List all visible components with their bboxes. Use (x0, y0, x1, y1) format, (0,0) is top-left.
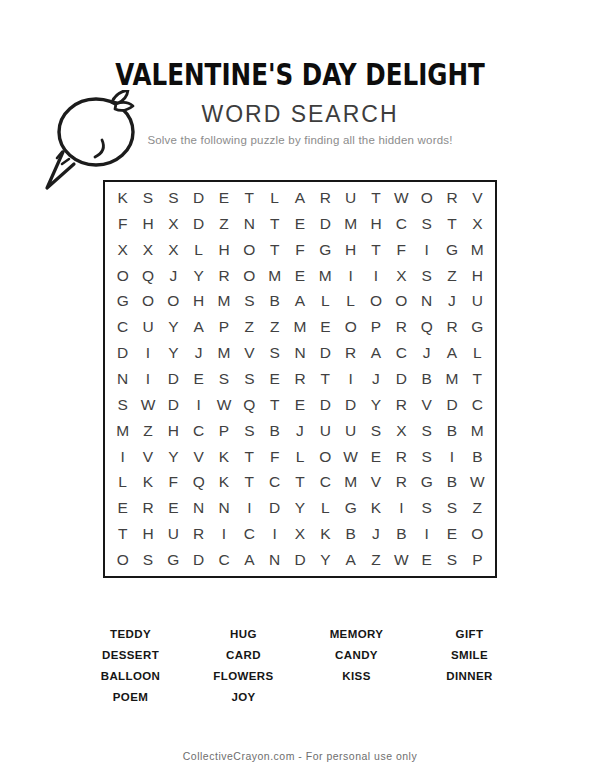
grid-cell-r8c10[interactable]: I (338, 366, 363, 392)
grid-cell-r13c12[interactable]: I (389, 495, 414, 521)
grid-cell-r6c12[interactable]: R (389, 314, 414, 340)
grid-cell-r3c7[interactable]: T (262, 237, 287, 263)
grid-cell-r11c8[interactable]: L (287, 444, 312, 470)
grid-cell-r5c4[interactable]: H (186, 288, 211, 314)
grid-cell-r2c3[interactable]: X (161, 211, 186, 237)
grid-cell-r4c9[interactable]: M (313, 263, 338, 289)
grid-cell-r4c2[interactable]: Q (135, 263, 160, 289)
grid-cell-r11c6[interactable]: T (237, 444, 262, 470)
grid-cell-r4c13[interactable]: S (414, 263, 439, 289)
grid-cell-r12c6[interactable]: T (237, 470, 262, 496)
grid-cell-r2c10[interactable]: M (338, 211, 363, 237)
grid-cell-r1c2[interactable]: S (135, 185, 160, 211)
grid-cell-r3c14[interactable]: G (439, 237, 464, 263)
grid-cell-r9c12[interactable]: R (389, 392, 414, 418)
grid-cell-r8c9[interactable]: T (313, 366, 338, 392)
grid-cell-r3c12[interactable]: F (389, 237, 414, 263)
grid-cell-r15c3[interactable]: G (161, 547, 186, 573)
grid-cell-r14c4[interactable]: R (186, 521, 211, 547)
grid-cell-r14c1[interactable]: T (110, 521, 135, 547)
grid-cell-r2c1[interactable]: F (110, 211, 135, 237)
grid-cell-r8c14[interactable]: M (439, 366, 464, 392)
grid-cell-r15c2[interactable]: S (135, 547, 160, 573)
word-item: SMILE (451, 645, 488, 666)
grid-cell-r5c8[interactable]: A (287, 288, 312, 314)
grid-cell-r1c14[interactable]: R (439, 185, 464, 211)
grid-cell-r12c14[interactable]: B (439, 470, 464, 496)
grid-cell-r1c11[interactable]: T (363, 185, 388, 211)
grid-cell-r15c4[interactable]: D (186, 547, 211, 573)
grid-cell-r4c5[interactable]: R (211, 263, 236, 289)
grid-cell-r10c11[interactable]: S (363, 418, 388, 444)
grid-cell-r8c3[interactable]: D (161, 366, 186, 392)
grid-cell-r13c7[interactable]: D (262, 495, 287, 521)
grid-cell-r6c2[interactable]: U (135, 314, 160, 340)
grid-cell-r6c15[interactable]: G (465, 314, 490, 340)
grid-cell-r11c14[interactable]: I (439, 444, 464, 470)
grid-cell-r5c2[interactable]: O (135, 288, 160, 314)
grid-cell-r6c7[interactable]: Z (262, 314, 287, 340)
grid-cell-r2c11[interactable]: H (363, 211, 388, 237)
grid-cell-r14c10[interactable]: B (338, 521, 363, 547)
grid-cell-r4c11[interactable]: I (363, 263, 388, 289)
grid-cell-r8c13[interactable]: B (414, 366, 439, 392)
word-item: CARD (226, 645, 261, 666)
grid-cell-r1c9[interactable]: R (313, 185, 338, 211)
grid-cell-r12c8[interactable]: T (287, 470, 312, 496)
grid-cell-r11c11[interactable]: E (363, 444, 388, 470)
grid-cell-r8c1[interactable]: N (110, 366, 135, 392)
grid-cell-r15c9[interactable]: Y (313, 547, 338, 573)
grid-cell-r9c13[interactable]: V (414, 392, 439, 418)
grid-cell-r13c4[interactable]: N (186, 495, 211, 521)
grid-cell-r8c11[interactable]: J (363, 366, 388, 392)
grid-cell-r10c7[interactable]: B (262, 418, 287, 444)
grid-cell-r7c9[interactable]: D (313, 340, 338, 366)
grid-cell-r6c3[interactable]: Y (161, 314, 186, 340)
grid-cell-r13c15[interactable]: Z (465, 495, 490, 521)
grid-cell-r14c15[interactable]: O (465, 521, 490, 547)
grid-cell-r3c13[interactable]: I (414, 237, 439, 263)
grid-cell-r3c10[interactable]: H (338, 237, 363, 263)
word-item: DINNER (446, 666, 493, 687)
grid-cell-r10c10[interactable]: U (338, 418, 363, 444)
grid-cell-r13c3[interactable]: E (161, 495, 186, 521)
grid-cell-r7c14[interactable]: A (439, 340, 464, 366)
grid-cell-r13c6[interactable]: I (237, 495, 262, 521)
word-search-grid: KSSDETLARUTWORVFHXDZNTEDMHCSTXXXXLHOTFGH… (103, 180, 497, 578)
grid-cell-r14c14[interactable]: E (439, 521, 464, 547)
grid-cell-r10c15[interactable]: M (465, 418, 490, 444)
grid-cell-r7c2[interactable]: I (135, 340, 160, 366)
word-item: HUG (230, 624, 257, 645)
grid-cell-r5c7[interactable]: B (262, 288, 287, 314)
grid-cell-r14c2[interactable]: H (135, 521, 160, 547)
word-list-column-1: TEDDY DESSERT BALLOON POEM (74, 624, 187, 708)
grid-cell-r2c13[interactable]: S (414, 211, 439, 237)
grid-cell-r3c2[interactable]: X (135, 237, 160, 263)
grid-cell-r7c7[interactable]: S (262, 340, 287, 366)
grid-cell-r7c10[interactable]: R (338, 340, 363, 366)
grid-cell-r12c4[interactable]: Q (186, 470, 211, 496)
grid-cell-r12c13[interactable]: G (414, 470, 439, 496)
grid-cell-r11c4[interactable]: V (186, 444, 211, 470)
grid-cell-r3c3[interactable]: X (161, 237, 186, 263)
grid-cell-r6c5[interactable]: P (211, 314, 236, 340)
grid-cell-r3c6[interactable]: O (237, 237, 262, 263)
grid-cell-r14c3[interactable]: U (161, 521, 186, 547)
grid-cell-r9c1[interactable]: S (110, 392, 135, 418)
grid-cell-r11c13[interactable]: S (414, 444, 439, 470)
grid-cell-r7c1[interactable]: D (110, 340, 135, 366)
grid-cell-r11c7[interactable]: F (262, 444, 287, 470)
grid-cell-r13c13[interactable]: S (414, 495, 439, 521)
grid-cell-r7c13[interactable]: J (414, 340, 439, 366)
grid-cell-r11c9[interactable]: O (313, 444, 338, 470)
word-list-column-4: GIFT SMILE DINNER (413, 624, 526, 708)
grid-cell-r2c2[interactable]: H (135, 211, 160, 237)
grid-cell-r8c4[interactable]: E (186, 366, 211, 392)
grid-cell-r13c10[interactable]: G (338, 495, 363, 521)
grid-cell-r13c11[interactable]: K (363, 495, 388, 521)
grid-cell-r2c5[interactable]: Z (211, 211, 236, 237)
grid-cell-r1c6[interactable]: T (237, 185, 262, 211)
word-item: POEM (113, 687, 148, 708)
grid-cell-r5c14[interactable]: J (439, 288, 464, 314)
grid-cell-r2c9[interactable]: D (313, 211, 338, 237)
puzzle-title: VALENTINE'S DAY DELIGHT (54, 57, 546, 92)
grid-cell-r15c7[interactable]: N (262, 547, 287, 573)
grid-cell-r9c6[interactable]: Q (237, 392, 262, 418)
grid-cell-r11c15[interactable]: B (465, 444, 490, 470)
grid-cell-r1c10[interactable]: U (338, 185, 363, 211)
grid-cell-r7c8[interactable]: N (287, 340, 312, 366)
grid-cell-r1c15[interactable]: V (465, 185, 490, 211)
grid-cell-r2c14[interactable]: T (439, 211, 464, 237)
grid-cell-r1c13[interactable]: O (414, 185, 439, 211)
grid-cell-r6c4[interactable]: A (186, 314, 211, 340)
grid-cell-r8c8[interactable]: R (287, 366, 312, 392)
grid-cell-r12c11[interactable]: V (363, 470, 388, 496)
grid-cell-r14c12[interactable]: B (389, 521, 414, 547)
grid-cell-r3c15[interactable]: M (465, 237, 490, 263)
grid-cell-r12c1[interactable]: L (110, 470, 135, 496)
grid-cell-r9c14[interactable]: D (439, 392, 464, 418)
grid-cell-r10c6[interactable]: S (237, 418, 262, 444)
grid-cell-r6c14[interactable]: R (439, 314, 464, 340)
grid-cell-r5c12[interactable]: O (389, 288, 414, 314)
grid-cell-r5c13[interactable]: N (414, 288, 439, 314)
grid-cell-r4c4[interactable]: Y (186, 263, 211, 289)
grid-cell-r13c1[interactable]: E (110, 495, 135, 521)
grid-cell-r14c8[interactable]: X (287, 521, 312, 547)
grid-cell-r6c6[interactable]: Z (237, 314, 262, 340)
grid-cell-r14c5[interactable]: I (211, 521, 236, 547)
grid-cell-r9c10[interactable]: D (338, 392, 363, 418)
grid-cell-r11c12[interactable]: R (389, 444, 414, 470)
word-item: MEMORY (330, 624, 384, 645)
grid-cell-r11c5[interactable]: K (211, 444, 236, 470)
grid-cell-r12c2[interactable]: K (135, 470, 160, 496)
grid-cell-r1c3[interactable]: S (161, 185, 186, 211)
grid-cell-r6c1[interactable]: C (110, 314, 135, 340)
grid-cell-r9c5[interactable]: W (211, 392, 236, 418)
grid-cell-r15c10[interactable]: A (338, 547, 363, 573)
grid-cell-r10c14[interactable]: B (439, 418, 464, 444)
grid-cell-r1c5[interactable]: E (211, 185, 236, 211)
grid-cell-r8c2[interactable]: I (135, 366, 160, 392)
grid-cell-r13c5[interactable]: N (211, 495, 236, 521)
grid-cell-r3c9[interactable]: G (313, 237, 338, 263)
grid-cell-r5c10[interactable]: L (338, 288, 363, 314)
grid-cell-r4c1[interactable]: O (110, 263, 135, 289)
grid-cell-r9c8[interactable]: E (287, 392, 312, 418)
grid-cell-r9c3[interactable]: D (161, 392, 186, 418)
grid-cell-r12c5[interactable]: K (211, 470, 236, 496)
grid-cell-r1c7[interactable]: L (262, 185, 287, 211)
grid-cell-r12c3[interactable]: F (161, 470, 186, 496)
grid-cell-r9c15[interactable]: C (465, 392, 490, 418)
word-item: KISS (342, 666, 370, 687)
grid-cell-r9c7[interactable]: T (262, 392, 287, 418)
grid-cell-r10c12[interactable]: X (389, 418, 414, 444)
grid-cell-r5c5[interactable]: M (211, 288, 236, 314)
grid-cell-r3c4[interactable]: L (186, 237, 211, 263)
grid-cell-r15c15[interactable]: P (465, 547, 490, 573)
grid-cell-r13c9[interactable]: L (313, 495, 338, 521)
grid-cell-r15c5[interactable]: C (211, 547, 236, 573)
grid-cell-r14c6[interactable]: C (237, 521, 262, 547)
grid-cell-r10c1[interactable]: M (110, 418, 135, 444)
word-search-page: VALENTINE'S DAY DELIGHT WORD SEARCH Solv… (0, 0, 600, 776)
grid-cell-r4c7[interactable]: M (262, 263, 287, 289)
grid-cell-r9c9[interactable]: D (313, 392, 338, 418)
grid-cell-r7c15[interactable]: L (465, 340, 490, 366)
grid-cell-r10c9[interactable]: U (313, 418, 338, 444)
grid-cell-r14c7[interactable]: I (262, 521, 287, 547)
grid-cell-r6c13[interactable]: Q (414, 314, 439, 340)
grid-cell-r13c14[interactable]: S (439, 495, 464, 521)
grid-cell-r1c8[interactable]: A (287, 185, 312, 211)
grid-cell-r14c11[interactable]: J (363, 521, 388, 547)
grid-cell-r5c15[interactable]: U (465, 288, 490, 314)
grid-cell-r2c8[interactable]: E (287, 211, 312, 237)
grid-cell-r6c11[interactable]: P (363, 314, 388, 340)
grid-cell-r10c4[interactable]: C (186, 418, 211, 444)
grid-cell-r3c5[interactable]: H (211, 237, 236, 263)
grid-cell-r15c13[interactable]: E (414, 547, 439, 573)
grid-cell-r3c8[interactable]: F (287, 237, 312, 263)
grid-cell-r2c6[interactable]: N (237, 211, 262, 237)
grid-cell-r5c3[interactable]: O (161, 288, 186, 314)
word-item: BALLOON (101, 666, 161, 687)
grid-cell-r1c4[interactable]: D (186, 185, 211, 211)
grid-cell-r5c9[interactable]: L (313, 288, 338, 314)
grid-cell-r6c10[interactable]: O (338, 314, 363, 340)
grid-cell-r4c10[interactable]: I (338, 263, 363, 289)
grid-cell-r8c6[interactable]: S (237, 366, 262, 392)
grid-cell-r4c8[interactable]: E (287, 263, 312, 289)
grid-cell-r9c11[interactable]: Y (363, 392, 388, 418)
grid-cell-r15c14[interactable]: S (439, 547, 464, 573)
grid-cell-r6c8[interactable]: M (287, 314, 312, 340)
word-list: TEDDY DESSERT BALLOON POEM HUG CARD FLOW… (74, 624, 526, 708)
grid-cell-r4c14[interactable]: Z (439, 263, 464, 289)
grid-cell-r10c13[interactable]: S (414, 418, 439, 444)
grid-cell-r15c6[interactable]: A (237, 547, 262, 573)
grid-cell-r7c3[interactable]: Y (161, 340, 186, 366)
grid-cell-r10c8[interactable]: J (287, 418, 312, 444)
word-item: TEDDY (110, 624, 151, 645)
grid-cell-r2c15[interactable]: X (465, 211, 490, 237)
grid-cell-r14c9[interactable]: K (313, 521, 338, 547)
grid-cell-r4c6[interactable]: O (237, 263, 262, 289)
grid-cell-r5c1[interactable]: G (110, 288, 135, 314)
grid-cell-r8c7[interactable]: E (262, 366, 287, 392)
grid-cell-r12c15[interactable]: W (465, 470, 490, 496)
grid-cell-r1c12[interactable]: W (389, 185, 414, 211)
grid-cell-r8c12[interactable]: D (389, 366, 414, 392)
grid-cell-r2c12[interactable]: C (389, 211, 414, 237)
word-list-column-2: HUG CARD FLOWERS JOY (187, 624, 300, 708)
grid-cell-r7c5[interactable]: M (211, 340, 236, 366)
grid-cell-r2c4[interactable]: D (186, 211, 211, 237)
grid-cell-r12c12[interactable]: R (389, 470, 414, 496)
grid-cell-r15c11[interactable]: Z (363, 547, 388, 573)
grid-cell-r10c5[interactable]: P (211, 418, 236, 444)
grid-cell-r7c12[interactable]: C (389, 340, 414, 366)
word-list-column-3: MEMORY CANDY KISS (300, 624, 413, 708)
grid-cell-r7c11[interactable]: A (363, 340, 388, 366)
grid-cell-r11c3[interactable]: Y (161, 444, 186, 470)
word-item: CANDY (335, 645, 378, 666)
grid-cell-r4c12[interactable]: X (389, 263, 414, 289)
grid-cell-r15c1[interactable]: O (110, 547, 135, 573)
grid-cell-r1c1[interactable]: K (110, 185, 135, 211)
grid-cell-r4c15[interactable]: H (465, 263, 490, 289)
word-item: GIFT (456, 624, 484, 645)
grid-cell-r2c7[interactable]: T (262, 211, 287, 237)
grid-cell-r14c13[interactable]: I (414, 521, 439, 547)
grid-cell-r9c4[interactable]: I (186, 392, 211, 418)
grid-cell-r11c10[interactable]: W (338, 444, 363, 470)
grid-cell-r10c3[interactable]: H (161, 418, 186, 444)
word-item: FLOWERS (213, 666, 273, 687)
grid-cell-r9c2[interactable]: W (135, 392, 160, 418)
grid-cell-r13c2[interactable]: R (135, 495, 160, 521)
grid-cell-r6c9[interactable]: E (313, 314, 338, 340)
grid-cell-r13c8[interactable]: Y (287, 495, 312, 521)
grid-cell-r12c7[interactable]: C (262, 470, 287, 496)
grid-cell-r12c9[interactable]: C (313, 470, 338, 496)
grid-cell-r5c11[interactable]: O (363, 288, 388, 314)
footer-credit: CollectiveCrayon.com - For personal use … (0, 750, 600, 762)
grid-cell-r7c4[interactable]: J (186, 340, 211, 366)
grid-cell-r4c3[interactable]: J (161, 263, 186, 289)
grid-cell-r11c2[interactable]: V (135, 444, 160, 470)
grid-cell-r5c6[interactable]: S (237, 288, 262, 314)
grid-cell-r8c15[interactable]: T (465, 366, 490, 392)
word-item: JOY (231, 687, 255, 708)
grid-cell-r15c8[interactable]: D (287, 547, 312, 573)
grid-cell-r7c6[interactable]: V (237, 340, 262, 366)
grid-cell-r8c5[interactable]: S (211, 366, 236, 392)
grid-cell-r3c1[interactable]: X (110, 237, 135, 263)
grid-cell-r12c10[interactable]: M (338, 470, 363, 496)
grid-cell-r3c11[interactable]: T (363, 237, 388, 263)
grid-cell-r10c2[interactable]: Z (135, 418, 160, 444)
word-item: DESSERT (102, 645, 159, 666)
grid-cell-r11c1[interactable]: I (110, 444, 135, 470)
grid-cell-r15c12[interactable]: W (389, 547, 414, 573)
